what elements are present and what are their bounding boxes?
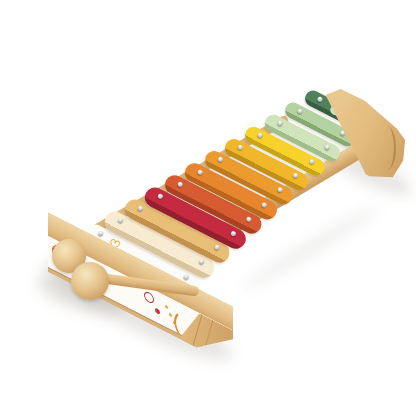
- nail-icon: [214, 245, 221, 252]
- flower-doodle-icon: [144, 290, 154, 305]
- nail-icon: [97, 230, 104, 237]
- nail-icon: [177, 181, 184, 188]
- product-photo-toy-xylophone: ♡: [0, 0, 416, 416]
- nail-icon: [137, 205, 144, 212]
- nail-icon: [308, 158, 315, 165]
- nail-icon: [277, 187, 284, 194]
- nail-icon: [245, 216, 252, 223]
- nail-icon: [257, 132, 264, 139]
- mallet-head: [71, 262, 109, 300]
- nail-icon: [297, 108, 304, 115]
- nail-icon: [317, 96, 324, 103]
- nail-icon: [217, 157, 224, 164]
- nail-icon: [157, 193, 164, 200]
- nail-icon: [198, 259, 205, 266]
- nail-icon: [261, 202, 268, 209]
- nail-icon: [117, 218, 124, 225]
- nail-icon: [183, 274, 190, 281]
- nail-icon: [230, 230, 237, 237]
- nail-icon: [324, 144, 331, 151]
- nail-icon: [293, 173, 300, 180]
- nail-icon: [237, 144, 244, 151]
- plywood-arc-line: [378, 126, 396, 170]
- nail-icon: [197, 169, 204, 176]
- flower-doodle-icon: [155, 308, 160, 316]
- nail-icon: [277, 120, 284, 127]
